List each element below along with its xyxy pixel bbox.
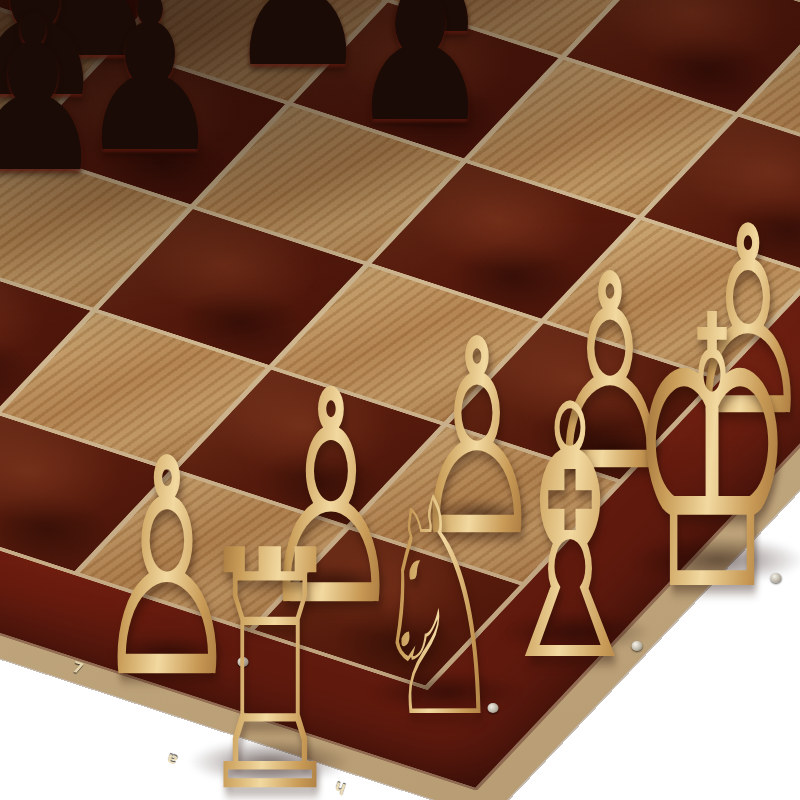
- black-pawn: ♟: [0, 0, 105, 202]
- white-bishop: ♗: [484, 360, 657, 710]
- chess-set-photo: 7 a h ♟ ♟ ♟ ♟ ♟ ♟ ♟ ♙ ♙ ♙ ♔ ♙ ♗ ♙ ♘ ♖: [0, 0, 800, 800]
- white-rook: ♖: [196, 508, 344, 800]
- frame-coordinate-mark: a: [164, 750, 179, 770]
- black-pawn: ♟: [348, 0, 493, 152]
- white-knight: ♘: [371, 460, 505, 760]
